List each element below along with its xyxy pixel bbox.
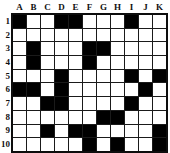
col-label-J: J xyxy=(143,3,148,12)
col-label-B: B xyxy=(30,3,36,12)
cell-E3[interactable] xyxy=(69,42,82,55)
cell-E2[interactable] xyxy=(69,29,82,42)
cell-F3 xyxy=(83,42,96,55)
cell-K4[interactable] xyxy=(153,56,166,69)
cell-H6[interactable] xyxy=(111,83,124,96)
cell-I10[interactable] xyxy=(125,138,138,151)
cell-C10[interactable] xyxy=(41,138,54,151)
cell-C8[interactable] xyxy=(41,111,54,124)
cell-B5[interactable] xyxy=(27,70,40,83)
row-label-1: 1 xyxy=(6,17,11,26)
cell-G2[interactable] xyxy=(97,29,110,42)
cell-J3[interactable] xyxy=(139,42,152,55)
cell-E6[interactable] xyxy=(69,83,82,96)
cell-D5 xyxy=(55,70,68,83)
cell-J2[interactable] xyxy=(139,29,152,42)
col-label-E: E xyxy=(72,3,78,12)
cell-D9[interactable] xyxy=(55,125,68,138)
cell-I5 xyxy=(125,70,138,83)
cell-A10[interactable] xyxy=(13,138,26,151)
cell-F9 xyxy=(83,125,96,138)
row-label-3: 3 xyxy=(6,44,11,53)
cell-G8 xyxy=(97,111,110,124)
cell-D3[interactable] xyxy=(55,42,68,55)
cell-B7[interactable] xyxy=(27,97,40,110)
col-label-K: K xyxy=(156,3,163,12)
col-label-G: G xyxy=(100,3,107,12)
cell-H7[interactable] xyxy=(111,97,124,110)
corner-spacer xyxy=(1,1,11,13)
row-label-7: 7 xyxy=(6,99,11,108)
cell-D1 xyxy=(55,15,68,28)
cell-I2[interactable] xyxy=(125,29,138,42)
cell-E8[interactable] xyxy=(69,111,82,124)
cell-A5[interactable] xyxy=(13,70,26,83)
cell-H8 xyxy=(111,111,124,124)
cell-B2[interactable] xyxy=(27,29,40,42)
cell-K7[interactable] xyxy=(153,97,166,110)
cell-J9[interactable] xyxy=(139,125,152,138)
cell-H3[interactable] xyxy=(111,42,124,55)
cell-H4[interactable] xyxy=(111,56,124,69)
cell-G1[interactable] xyxy=(97,15,110,28)
crossword-board: ABCDEFGHIJK 12345678910 xyxy=(0,0,168,153)
cell-F1[interactable] xyxy=(83,15,96,28)
cell-A9[interactable] xyxy=(13,125,26,138)
cell-I6[interactable] xyxy=(125,83,138,96)
cell-B6 xyxy=(27,83,40,96)
cell-C3[interactable] xyxy=(41,42,54,55)
cell-E4[interactable] xyxy=(69,56,82,69)
row-labels: 12345678910 xyxy=(1,13,11,153)
cell-D10[interactable] xyxy=(55,138,68,151)
cell-K6[interactable] xyxy=(153,83,166,96)
cell-C5[interactable] xyxy=(41,70,54,83)
cell-D6 xyxy=(55,83,68,96)
cell-K8[interactable] xyxy=(153,111,166,124)
cell-K10 xyxy=(153,138,166,151)
cell-D2[interactable] xyxy=(55,29,68,42)
col-label-H: H xyxy=(114,3,121,12)
cell-A4[interactable] xyxy=(13,56,26,69)
cell-J7[interactable] xyxy=(139,97,152,110)
cell-J6 xyxy=(139,83,152,96)
cell-B10[interactable] xyxy=(27,138,40,151)
cell-G3 xyxy=(97,42,110,55)
cell-B1[interactable] xyxy=(27,15,40,28)
cell-B4 xyxy=(27,56,40,69)
cell-F6[interactable] xyxy=(83,83,96,96)
cell-E10[interactable] xyxy=(69,138,82,151)
cell-C7 xyxy=(41,97,54,110)
cell-C9 xyxy=(41,125,54,138)
cell-B8[interactable] xyxy=(27,111,40,124)
cell-F8[interactable] xyxy=(83,111,96,124)
cell-K2[interactable] xyxy=(153,29,166,42)
cell-E1 xyxy=(69,15,82,28)
row-label-6: 6 xyxy=(6,85,11,94)
cell-A3[interactable] xyxy=(13,42,26,55)
cell-A6 xyxy=(13,83,26,96)
cell-J4[interactable] xyxy=(139,56,152,69)
row-label-8: 8 xyxy=(6,113,11,122)
cell-D8[interactable] xyxy=(55,111,68,124)
cell-E7[interactable] xyxy=(69,97,82,110)
cell-J1[interactable] xyxy=(139,15,152,28)
cell-K9 xyxy=(153,125,166,138)
cell-G6[interactable] xyxy=(97,83,110,96)
cell-C4[interactable] xyxy=(41,56,54,69)
cell-A8[interactable] xyxy=(13,111,26,124)
cell-C2[interactable] xyxy=(41,29,54,42)
col-label-I: I xyxy=(130,3,134,12)
cell-F2[interactable] xyxy=(83,29,96,42)
cell-G9[interactable] xyxy=(97,125,110,138)
cell-F10 xyxy=(83,138,96,151)
row-label-2: 2 xyxy=(6,31,11,40)
col-label-C: C xyxy=(44,3,51,12)
cell-F4 xyxy=(83,56,96,69)
cell-H9[interactable] xyxy=(111,125,124,138)
cell-B3 xyxy=(27,42,40,55)
cell-F5[interactable] xyxy=(83,70,96,83)
cell-J5[interactable] xyxy=(139,70,152,83)
column-labels: ABCDEFGHIJK xyxy=(11,1,168,13)
cell-D4[interactable] xyxy=(55,56,68,69)
cell-F7[interactable] xyxy=(83,97,96,110)
cell-G4[interactable] xyxy=(97,56,110,69)
cell-G5[interactable] xyxy=(97,70,110,83)
cell-I1 xyxy=(125,15,138,28)
row-label-10: 10 xyxy=(1,140,10,149)
row-label-4: 4 xyxy=(6,58,11,67)
cell-I8[interactable] xyxy=(125,111,138,124)
cell-K5 xyxy=(153,70,166,83)
cell-E9 xyxy=(69,125,82,138)
col-label-A: A xyxy=(16,3,23,12)
cell-C6[interactable] xyxy=(41,83,54,96)
row-label-5: 5 xyxy=(6,72,11,81)
cell-C1[interactable] xyxy=(41,15,54,28)
cell-J8[interactable] xyxy=(139,111,152,124)
puzzle-grid xyxy=(11,13,168,153)
cell-K3[interactable] xyxy=(153,42,166,55)
cell-H1[interactable] xyxy=(111,15,124,28)
cell-B9[interactable] xyxy=(27,125,40,138)
cell-A1 xyxy=(13,15,26,28)
cell-H2[interactable] xyxy=(111,29,124,42)
cell-H5[interactable] xyxy=(111,70,124,83)
cell-I9[interactable] xyxy=(125,125,138,138)
cell-G10[interactable] xyxy=(97,138,110,151)
row-label-9: 9 xyxy=(6,126,11,135)
cell-K1[interactable] xyxy=(153,15,166,28)
cell-J10[interactable] xyxy=(139,138,152,151)
cell-I3[interactable] xyxy=(125,42,138,55)
cell-I7 xyxy=(125,97,138,110)
cell-G7[interactable] xyxy=(97,97,110,110)
col-label-F: F xyxy=(87,3,93,12)
cell-A7[interactable] xyxy=(13,97,26,110)
cell-D7 xyxy=(55,97,68,110)
cell-E5[interactable] xyxy=(69,70,82,83)
cell-I4[interactable] xyxy=(125,56,138,69)
cell-H10 xyxy=(111,138,124,151)
col-label-D: D xyxy=(58,3,65,12)
cell-A2[interactable] xyxy=(13,29,26,42)
